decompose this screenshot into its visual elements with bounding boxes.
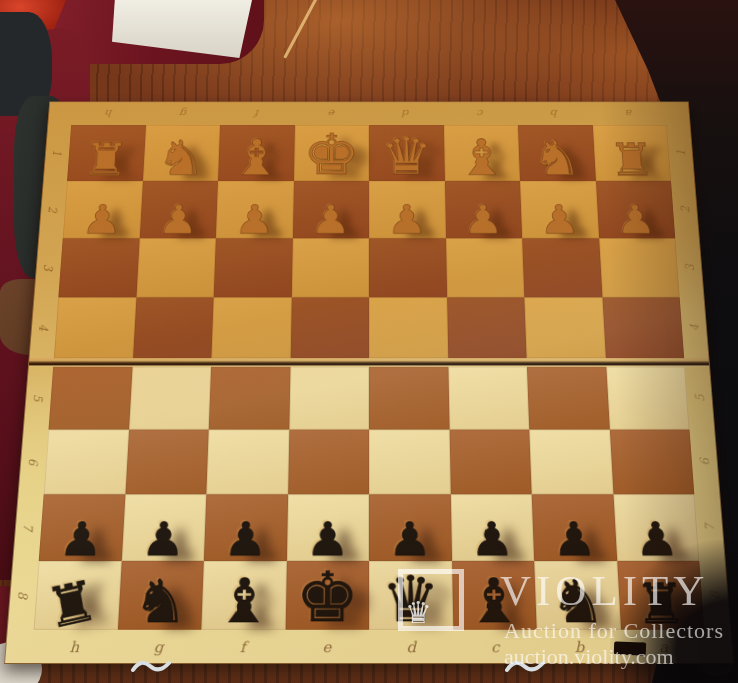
black-pawn-a7[interactable]: ♟ xyxy=(633,516,680,563)
white-pawn-d2[interactable]: ♟ xyxy=(387,200,428,240)
square-d3[interactable] xyxy=(369,238,447,297)
square-c7[interactable]: ♟ xyxy=(450,494,534,561)
square-g1[interactable]: ♞ xyxy=(142,125,220,181)
black-pawn-g7[interactable]: ♟ xyxy=(141,516,187,563)
square-g4[interactable] xyxy=(133,297,214,358)
square-d7[interactable]: ♟ xyxy=(369,494,452,561)
square-c3[interactable] xyxy=(446,238,525,297)
white-pawn-c2[interactable]: ♟ xyxy=(463,200,505,240)
square-g6[interactable] xyxy=(125,430,209,495)
square-e1[interactable]: ♚ xyxy=(293,125,369,181)
square-g2[interactable]: ♟ xyxy=(139,181,218,238)
black-pawn-b7[interactable]: ♟ xyxy=(552,516,598,563)
square-h8[interactable]: ♜ xyxy=(34,561,122,630)
square-f4[interactable] xyxy=(211,297,291,358)
black-pawn-e7[interactable]: ♟ xyxy=(306,516,350,563)
square-b8[interactable]: ♞ xyxy=(534,561,620,630)
square-d1[interactable]: ♛ xyxy=(369,125,445,181)
file-label-top-c: c xyxy=(443,102,518,125)
square-b2[interactable]: ♟ xyxy=(520,181,599,238)
white-bishop-c1[interactable]: ♝ xyxy=(456,133,508,183)
square-d5[interactable] xyxy=(369,367,449,430)
rank-label-right-3: 3 xyxy=(656,257,723,278)
white-pawn-a2[interactable]: ♟ xyxy=(614,200,657,240)
white-knight-g1[interactable]: ♞ xyxy=(155,134,207,182)
square-f1[interactable]: ♝ xyxy=(218,125,295,181)
square-h2[interactable]: ♟ xyxy=(63,181,143,238)
file-label-top-h: h xyxy=(71,102,147,125)
square-b3[interactable] xyxy=(522,238,602,297)
white-pawn-b2[interactable]: ♟ xyxy=(539,200,581,240)
white-queen-d1[interactable]: ♛ xyxy=(380,131,433,182)
black-pawn-c7[interactable]: ♟ xyxy=(470,516,515,563)
file-label-top-d: d xyxy=(369,102,443,125)
square-g5[interactable] xyxy=(129,367,211,430)
auction-photo-chess-set: hgfedcba1♜♞♝♚♛♝♞♜12♟♟♟♟♟♟♟♟2334455667♟♟♟… xyxy=(0,0,738,683)
square-h5[interactable] xyxy=(48,367,132,430)
black-pawn-d7[interactable]: ♟ xyxy=(388,516,432,563)
white-rook-h1[interactable]: ♜ xyxy=(81,137,130,182)
board-fold-hinge-gap xyxy=(29,358,709,367)
square-g7[interactable]: ♟ xyxy=(121,494,206,561)
file-label-top-a: a xyxy=(591,102,667,125)
square-e6[interactable] xyxy=(288,430,369,495)
black-bishop-f8[interactable]: ♝ xyxy=(215,570,273,631)
square-b7[interactable]: ♟ xyxy=(532,494,617,561)
black-rook-h8[interactable]: ♜ xyxy=(42,572,102,637)
square-c2[interactable]: ♟ xyxy=(445,181,523,238)
board-frame-corner xyxy=(704,630,733,665)
square-d8[interactable]: ♛ xyxy=(369,561,453,630)
black-rook-a8[interactable]: ♜ xyxy=(634,576,689,632)
rank-label-right-1: 1 xyxy=(648,143,713,163)
square-g8[interactable]: ♞ xyxy=(117,561,203,630)
square-e8[interactable]: ♚ xyxy=(285,561,369,630)
rank-label-right-8: 8 xyxy=(678,583,738,608)
square-h3[interactable] xyxy=(58,238,139,297)
black-knight-g8[interactable]: ♞ xyxy=(132,572,190,631)
square-h7[interactable]: ♟ xyxy=(39,494,125,561)
square-b4[interactable] xyxy=(524,297,605,358)
rank-label-right-4: 4 xyxy=(660,317,728,339)
square-e4[interactable] xyxy=(290,297,369,358)
rank-label-right-5: 5 xyxy=(665,387,735,410)
box-hinge-slot xyxy=(614,641,646,655)
black-pawn-f7[interactable]: ♟ xyxy=(223,516,268,563)
square-f2[interactable]: ♟ xyxy=(216,181,294,238)
square-f6[interactable] xyxy=(206,430,289,495)
square-d4[interactable] xyxy=(369,297,448,358)
square-e5[interactable] xyxy=(289,367,369,430)
white-bishop-f1[interactable]: ♝ xyxy=(230,133,282,183)
square-d2[interactable]: ♟ xyxy=(369,181,446,238)
square-c8[interactable]: ♝ xyxy=(452,561,537,630)
metal-latch-icon xyxy=(130,656,172,676)
square-e3[interactable] xyxy=(291,238,369,297)
file-label-top-f: f xyxy=(220,102,295,125)
black-queen-d8[interactable]: ♛ xyxy=(381,569,440,632)
square-b5[interactable] xyxy=(527,367,609,430)
square-c5[interactable] xyxy=(448,367,529,430)
square-c4[interactable] xyxy=(447,297,527,358)
square-f8[interactable]: ♝ xyxy=(201,561,286,630)
file-label-top-g: g xyxy=(146,102,221,125)
white-pawn-g2[interactable]: ♟ xyxy=(157,200,199,240)
black-knight-b8[interactable]: ♞ xyxy=(549,572,607,631)
folding-chess-board: hgfedcba1♜♞♝♚♛♝♞♜12♟♟♟♟♟♟♟♟2334455667♟♟♟… xyxy=(4,102,734,664)
rank-label-right-2: 2 xyxy=(652,199,718,220)
board-frame-corner xyxy=(665,102,690,125)
square-b1[interactable]: ♞ xyxy=(518,125,596,181)
rank-label-right-7: 7 xyxy=(674,515,738,539)
square-f3[interactable] xyxy=(214,238,293,297)
white-pawn-f2[interactable]: ♟ xyxy=(234,200,276,240)
white-knight-b1[interactable]: ♞ xyxy=(531,134,583,182)
board-frame-corner xyxy=(48,102,73,125)
rank-label-right-6: 6 xyxy=(669,450,738,473)
white-rook-a1[interactable]: ♜ xyxy=(607,137,656,182)
file-label-top-b: b xyxy=(517,102,592,125)
square-f7[interactable]: ♟ xyxy=(204,494,288,561)
metal-latch-icon xyxy=(504,656,546,676)
square-c1[interactable]: ♝ xyxy=(443,125,520,181)
square-h6[interactable] xyxy=(44,430,129,495)
black-king-e8[interactable]: ♚ xyxy=(295,563,359,632)
square-f5[interactable] xyxy=(209,367,290,430)
square-b6[interactable] xyxy=(529,430,613,495)
square-h1[interactable]: ♜ xyxy=(67,125,146,181)
square-c6[interactable] xyxy=(449,430,532,495)
chess-board: hgfedcba1♜♞♝♚♛♝♞♜12♟♟♟♟♟♟♟♟2334455667♟♟♟… xyxy=(4,102,734,664)
black-pawn-h7[interactable]: ♟ xyxy=(58,516,105,563)
white-pawn-h2[interactable]: ♟ xyxy=(81,200,124,240)
square-e2[interactable]: ♟ xyxy=(292,181,369,238)
white-pawn-e2[interactable]: ♟ xyxy=(310,200,351,240)
square-h4[interactable] xyxy=(54,297,136,358)
square-d6[interactable] xyxy=(369,430,450,495)
white-king-e1[interactable]: ♚ xyxy=(302,127,360,183)
board-frame-corner xyxy=(5,630,34,665)
black-bishop-c8[interactable]: ♝ xyxy=(465,570,523,631)
square-e7[interactable]: ♟ xyxy=(286,494,369,561)
square-g3[interactable] xyxy=(136,238,216,297)
